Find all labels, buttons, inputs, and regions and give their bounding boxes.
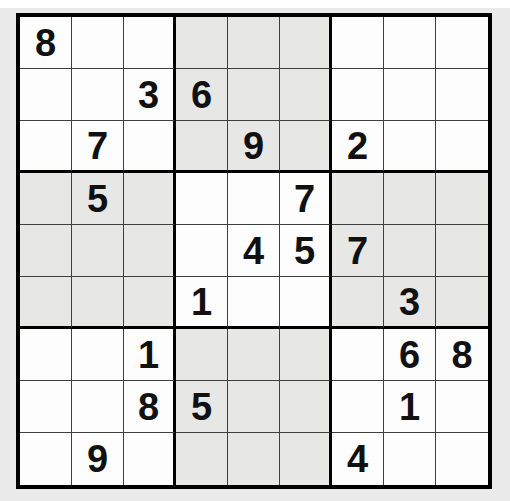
cell-r7c1[interactable] [20,329,72,381]
given-digit: 6 [399,336,420,374]
cell-r4c7[interactable] [332,173,384,225]
cell-r4c8[interactable] [384,173,436,225]
cell-r8c6[interactable] [280,381,332,433]
cell-r5c9[interactable] [436,225,488,277]
given-digit: 1 [138,336,159,374]
cell-r1c1[interactable]: 8 [20,17,72,69]
cell-r9c4[interactable] [176,433,228,485]
cell-r9c7[interactable]: 4 [332,433,384,485]
given-digit: 5 [87,180,108,218]
cell-r3c7[interactable]: 2 [332,121,384,173]
cell-r2c2[interactable] [72,69,124,121]
cell-r8c3[interactable]: 8 [124,381,176,433]
given-digit: 9 [87,440,108,478]
cell-r6c8[interactable]: 3 [384,277,436,329]
cell-r6c4[interactable]: 1 [176,277,228,329]
given-digit: 8 [451,336,472,374]
cell-r5c4[interactable] [176,225,228,277]
cell-r3c9[interactable] [436,121,488,173]
cell-r1c6[interactable] [280,17,332,69]
given-digit: 5 [294,232,315,270]
given-digit: 6 [191,76,212,114]
top-strip [0,0,510,8]
cell-r1c7[interactable] [332,17,384,69]
cell-r5c3[interactable] [124,225,176,277]
cell-r8c4[interactable]: 5 [176,381,228,433]
cell-r2c9[interactable] [436,69,488,121]
given-digit: 7 [347,232,368,270]
cell-r2c5[interactable] [228,69,280,121]
given-digit: 8 [138,388,159,426]
cell-r7c6[interactable] [280,329,332,381]
cell-r3c5[interactable]: 9 [228,121,280,173]
cell-r5c2[interactable] [72,225,124,277]
cell-r4c1[interactable] [20,173,72,225]
cell-r8c2[interactable] [72,381,124,433]
cell-r7c2[interactable] [72,329,124,381]
cell-r1c5[interactable] [228,17,280,69]
cell-r5c5[interactable]: 4 [228,225,280,277]
cell-r9c9[interactable] [436,433,488,485]
cell-r6c3[interactable] [124,277,176,329]
cell-r3c8[interactable] [384,121,436,173]
cell-r5c8[interactable] [384,225,436,277]
cell-r5c7[interactable]: 7 [332,225,384,277]
cell-r3c3[interactable] [124,121,176,173]
cell-r7c5[interactable] [228,329,280,381]
given-digit: 3 [399,283,420,321]
cell-r9c8[interactable] [384,433,436,485]
cell-r4c9[interactable] [436,173,488,225]
cell-r5c6[interactable]: 5 [280,225,332,277]
cell-r6c2[interactable] [72,277,124,329]
given-digit: 5 [191,388,212,426]
cell-r8c9[interactable] [436,381,488,433]
cell-r6c7[interactable] [332,277,384,329]
cell-r2c4[interactable]: 6 [176,69,228,121]
cell-r7c7[interactable] [332,329,384,381]
cell-r9c6[interactable] [280,433,332,485]
cell-r6c1[interactable] [20,277,72,329]
cell-r4c3[interactable] [124,173,176,225]
cell-r6c9[interactable] [436,277,488,329]
cell-r6c6[interactable] [280,277,332,329]
cell-r9c3[interactable] [124,433,176,485]
given-digit: 7 [294,180,315,218]
given-digit: 9 [243,127,264,165]
cell-r2c8[interactable] [384,69,436,121]
cell-r4c4[interactable] [176,173,228,225]
given-digit: 1 [191,283,212,321]
cell-r2c3[interactable]: 3 [124,69,176,121]
cell-r3c4[interactable] [176,121,228,173]
cell-r1c2[interactable] [72,17,124,69]
cell-r7c8[interactable]: 6 [384,329,436,381]
cell-r4c2[interactable]: 5 [72,173,124,225]
cell-r1c8[interactable] [384,17,436,69]
given-digit: 2 [347,127,368,165]
cell-r7c4[interactable] [176,329,228,381]
cell-r3c2[interactable]: 7 [72,121,124,173]
cell-r1c3[interactable] [124,17,176,69]
given-digit: 4 [347,440,368,478]
cell-r3c6[interactable] [280,121,332,173]
cell-r9c2[interactable]: 9 [72,433,124,485]
cell-r9c5[interactable] [228,433,280,485]
cell-r5c1[interactable] [20,225,72,277]
cell-r3c1[interactable] [20,121,72,173]
cell-r4c6[interactable]: 7 [280,173,332,225]
cell-r9c1[interactable] [20,433,72,485]
cell-r7c9[interactable]: 8 [436,329,488,381]
cell-r1c4[interactable] [176,17,228,69]
cell-r2c1[interactable] [20,69,72,121]
cell-r8c5[interactable] [228,381,280,433]
cell-r8c7[interactable] [332,381,384,433]
sudoku-board: 836792574571316885194 [16,13,492,489]
given-digit: 3 [138,76,159,114]
given-digit: 4 [243,232,264,270]
cell-r2c7[interactable] [332,69,384,121]
cell-r8c8[interactable]: 1 [384,381,436,433]
cell-r8c1[interactable] [20,381,72,433]
given-digit: 8 [35,24,56,62]
cell-r1c9[interactable] [436,17,488,69]
given-digit: 7 [87,127,108,165]
cell-r6c5[interactable] [228,277,280,329]
cell-r4c5[interactable] [228,173,280,225]
given-digit: 1 [399,388,420,426]
cell-r2c6[interactable] [280,69,332,121]
cell-r7c3[interactable]: 1 [124,329,176,381]
